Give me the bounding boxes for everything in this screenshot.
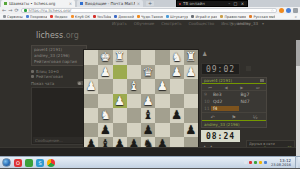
bookmark-label: Покровка	[30, 15, 48, 19]
bookmark-item[interactable]: Играй и разв.	[191, 15, 217, 19]
move-row: 10Qd2Nd7	[202, 98, 266, 105]
bookmark-favicon	[93, 15, 96, 18]
bookmark-favicon	[3, 15, 6, 18]
taskbar-app-chrome[interactable]	[47, 159, 55, 167]
square-h3[interactable]: ♟	[84, 79, 98, 94]
taskbar: O S 13:12 23.08.2016	[0, 156, 300, 168]
chevron-down-icon: ▾	[262, 21, 264, 26]
piece-wP: ♟	[155, 79, 169, 94]
chat-panel	[31, 87, 87, 145]
chat-input[interactable]	[33, 137, 85, 143]
tv-icon[interactable]	[246, 66, 251, 71]
overlay-title: ТВ онлайн	[183, 1, 226, 6]
bookmark-item[interactable]: Донской	[114, 15, 134, 19]
square-b4[interactable]	[170, 94, 184, 109]
bookmarks-overflow-icon[interactable]: »	[295, 14, 297, 19]
square-g5[interactable]: ♞	[98, 108, 112, 123]
game-actions: ↶⚑½	[202, 112, 266, 120]
piece-wP: ♟	[170, 65, 184, 80]
bookmark-label: YouTube	[97, 15, 111, 19]
opponent-clock: 09:02	[201, 63, 240, 75]
move-nav: ⏮◀▶⏭	[202, 84, 266, 91]
tab-mail[interactable]: Входящие - Почта Mail.Ru ×	[77, 0, 143, 7]
start-button[interactable]	[2, 158, 11, 167]
taskbar-date: 23.08.2016	[271, 163, 291, 167]
record-icon	[179, 3, 181, 5]
square-f4[interactable]: ♟	[113, 94, 127, 109]
browser-menu-icon[interactable]	[293, 8, 298, 13]
square-d3[interactable]	[141, 79, 155, 94]
square-d2[interactable]: ♛	[141, 65, 155, 80]
square-g6[interactable]: ♟	[98, 123, 112, 138]
piece-wP: ♟	[113, 94, 127, 109]
taskbar-clock[interactable]: 13:12 23.08.2016	[269, 159, 293, 167]
square-h2[interactable]	[84, 65, 98, 80]
bookmark-favicon	[26, 15, 29, 18]
nav-item[interactable]: Играть	[112, 21, 127, 26]
bookmark-item[interactable]: Православный	[220, 15, 246, 19]
bookmark-favicon	[50, 15, 53, 18]
nav-item[interactable]: Смотреть	[161, 21, 181, 26]
piece-bP: ♟	[98, 123, 112, 138]
lichess-logo[interactable]: lichess.org	[36, 31, 79, 40]
square-e1[interactable]	[127, 50, 141, 65]
tab-lichess[interactable]: Шахматы • lichess.org ×	[1, 0, 75, 7]
bookmark-label: Штукатур	[170, 15, 188, 19]
square-d6[interactable]: ♟	[141, 123, 155, 138]
bell-icon[interactable]: ◔	[229, 21, 233, 26]
square-a6[interactable]: ♟	[184, 123, 198, 138]
square-b1[interactable]: ♞	[170, 50, 184, 65]
move-white[interactable]: Be3	[211, 92, 239, 97]
square-d1[interactable]	[141, 50, 155, 65]
flag-icon	[260, 79, 264, 82]
bookmark-favicon	[114, 15, 117, 18]
square-f2[interactable]	[113, 65, 127, 80]
bookmark-label: Донской	[118, 15, 134, 19]
show-desktop-button[interactable]	[295, 157, 298, 169]
nav-item[interactable]: Сообщество	[189, 21, 215, 26]
tray-arrow-icon[interactable]	[244, 161, 247, 164]
square-c4[interactable]	[155, 94, 169, 109]
bookmark-favicon	[191, 15, 194, 18]
square-g4[interactable]	[98, 94, 112, 109]
square-d4[interactable]: ♟	[141, 94, 155, 109]
square-c2[interactable]	[155, 65, 169, 80]
tab-favicon	[4, 2, 7, 5]
media-overlay[interactable]: ТВ онлайн – □ ×	[176, 0, 248, 7]
bookmark-label: Играй и разв.	[195, 15, 217, 19]
site-nav-right: ⌕ ◔ andrey_33 ▾	[223, 21, 264, 26]
tab-strip: Шахматы • lichess.org × Входящие - Почта…	[0, 0, 300, 7]
piece-wN: ♞	[170, 50, 184, 65]
chat-toggle-row: Показ чата	[31, 80, 87, 86]
move-black[interactable]: Bg7	[239, 92, 267, 97]
piece-wP: ♟	[84, 79, 98, 94]
taskbar-app-skype[interactable]: S	[36, 159, 44, 167]
player-line[interactable]: andrey_33 (2196)	[202, 120, 266, 127]
square-h6[interactable]	[84, 123, 98, 138]
reload-button[interactable]: ⟳	[14, 7, 18, 14]
move-table: 9Be3Bg710Qd2Nd711f4	[202, 91, 266, 112]
square-e6[interactable]	[127, 123, 141, 138]
back-button[interactable]: ←	[2, 7, 6, 14]
move-row: 11f4	[202, 105, 266, 112]
square-f3[interactable]	[113, 79, 127, 94]
game-type-label: Рейтинговая партия	[34, 59, 84, 65]
move-number: 11	[202, 106, 211, 111]
piece-wB: ♝	[127, 79, 141, 94]
bookmark-favicon	[71, 15, 74, 18]
square-f6[interactable]	[113, 123, 127, 138]
square-a4[interactable]	[184, 94, 198, 109]
tray-icon[interactable]	[249, 161, 252, 164]
tab-title: Шахматы • lichess.org	[9, 1, 67, 6]
system-tray: 13:12 23.08.2016	[244, 157, 298, 169]
tray-icon[interactable]	[264, 161, 267, 164]
bookmark-favicon	[137, 15, 140, 18]
piece-bP: ♟	[170, 108, 184, 123]
game-info-box: pavel4 (2191) andrey_33 (2196) Рейтингов…	[31, 45, 87, 66]
search-icon[interactable]: ⌕	[223, 21, 225, 26]
action-button[interactable]: ↶	[210, 114, 214, 120]
piece-wN: ♞	[98, 108, 112, 123]
move-number: 10	[202, 99, 211, 104]
tray-icon[interactable]	[254, 161, 257, 164]
bookmark-favicon	[220, 15, 223, 18]
square-e5[interactable]	[127, 108, 141, 123]
square-e3[interactable]: ♝	[127, 79, 141, 94]
rated-label: Рейтинговая	[36, 74, 63, 79]
square-f1[interactable]: ♜	[113, 50, 127, 65]
bookmark-label: Православный	[224, 15, 246, 19]
chat-toggle-label: Показ чата	[31, 81, 77, 86]
square-e2[interactable]	[127, 65, 141, 80]
bookmark-item[interactable]: Яндекс	[50, 15, 67, 19]
piece-wP: ♟	[184, 65, 198, 80]
square-a3[interactable]	[184, 79, 198, 94]
square-c3[interactable]: ♟	[155, 79, 169, 94]
bookmark-item[interactable]: Чудо-Техника	[137, 15, 163, 19]
piece-wQ: ♛	[141, 65, 155, 80]
bookmark-item[interactable]: Клуб ОК	[71, 15, 90, 19]
piece-wP: ♟	[98, 65, 112, 80]
new-tab-button[interactable]: +	[146, 1, 154, 6]
square-f5[interactable]	[113, 108, 127, 123]
logo-suffix: .org	[63, 31, 79, 40]
square-b5[interactable]: ♟	[170, 108, 184, 123]
bookmark-label: Клуб ОК	[75, 15, 90, 19]
bookmark-label: Яндекс	[54, 15, 67, 19]
extension-icon[interactable]	[286, 8, 291, 13]
piece-bP: ♟	[184, 123, 198, 138]
square-h4[interactable]	[84, 94, 98, 109]
captured-pawn-icon: ♟	[202, 51, 207, 57]
url-field[interactable]: https://ru.lichess.org/ ☆	[21, 8, 277, 13]
move-white[interactable]: f4	[211, 106, 239, 111]
tab-close-icon[interactable]: ×	[69, 1, 72, 6]
square-e4[interactable]	[127, 94, 141, 109]
square-b3[interactable]	[170, 79, 184, 94]
toggle-knob	[78, 82, 81, 85]
bookmark-item[interactable]: Штукатур	[166, 15, 188, 19]
bookmark-favicon	[166, 15, 169, 18]
rated-row: Рейтинговая	[31, 74, 87, 79]
overlay-window-controls[interactable]: – □ ×	[228, 1, 245, 6]
square-c5[interactable]	[155, 108, 169, 123]
square-b6[interactable]	[170, 123, 184, 138]
square-g2[interactable]: ♟	[98, 65, 112, 80]
piece-wP: ♟	[141, 94, 155, 109]
move-nav-button[interactable]: ⏭	[256, 85, 260, 90]
bookmark-label: Сервисы	[7, 15, 23, 19]
square-a5[interactable]	[184, 108, 198, 123]
forward-button[interactable]: →	[8, 7, 12, 14]
screen: Шахматы • lichess.org × Входящие - Почта…	[0, 0, 300, 168]
logo-main: lichess	[36, 31, 63, 40]
bookmark-item[interactable]: Сервисы	[3, 15, 23, 19]
lichess-page: ИгратьОбучениеСмотретьСообществоИнструме…	[0, 20, 300, 156]
extension-icon[interactable]	[279, 8, 284, 13]
square-c1[interactable]	[155, 50, 169, 65]
move-number: 9	[202, 92, 211, 97]
square-a1[interactable]: ♜	[184, 50, 198, 65]
piece-wR: ♜	[184, 50, 198, 65]
square-b2[interactable]: ♟	[170, 65, 184, 80]
move-list-box: pavel4 (2191) ⏮◀▶⏭ 9Be3Bg710Qd2Nd711f4 ↶…	[201, 77, 267, 128]
tab-favicon	[80, 2, 83, 5]
scrollbar[interactable]	[296, 40, 300, 168]
tab-close-icon[interactable]: ×	[137, 1, 140, 6]
captured-pieces-top: ♟	[202, 51, 207, 57]
square-g3[interactable]	[98, 79, 112, 94]
square-c6[interactable]	[155, 123, 169, 138]
bookmark-item[interactable]: Русская мебель	[249, 15, 275, 19]
tray-icon[interactable]	[259, 161, 262, 164]
bookmark-label: Русская мебель	[253, 15, 275, 19]
square-d5[interactable]: ♝	[141, 108, 155, 123]
address-bar: ← → ⟳ https://ru.lichess.org/ ☆	[0, 7, 300, 14]
taskbar-app-green[interactable]	[25, 159, 33, 167]
url-text: https://ru.lichess.org/	[29, 8, 72, 13]
move-nav-button[interactable]: ◀	[225, 85, 228, 90]
https-lock-icon	[24, 9, 27, 12]
tab-title: Входящие - Почта Mail.Ru	[85, 1, 135, 6]
nav-item[interactable]: Обучение	[134, 21, 154, 26]
square-h5[interactable]	[84, 108, 98, 123]
action-button[interactable]: ½	[253, 114, 258, 120]
taskbar-app-opera[interactable]: O	[14, 159, 22, 167]
opponent-name[interactable]: pavel4 (2191)	[204, 78, 258, 83]
bookmark-favicon	[249, 15, 252, 18]
action-button[interactable]: ⚑	[231, 114, 235, 120]
page-footer	[0, 147, 300, 156]
piece-bP: ♟	[141, 123, 155, 138]
square-g1[interactable]: ♚	[98, 50, 112, 65]
square-a2[interactable]: ♟	[184, 65, 198, 80]
player-name[interactable]: andrey_33 (2196)	[204, 122, 264, 127]
piece-wK: ♚	[98, 50, 112, 65]
move-row: 9Be3Bg7	[202, 91, 266, 98]
bookmark-label: Чудо-Техника	[141, 15, 163, 19]
piece-wR: ♜	[113, 50, 127, 65]
move-black[interactable]: Nd7	[239, 99, 267, 104]
bookmark-item[interactable]: Покровка	[26, 15, 48, 19]
bookmark-item[interactable]: YouTube	[93, 15, 111, 19]
bookmark-star-icon[interactable]: ☆	[270, 8, 274, 13]
username-menu[interactable]: andrey_33	[237, 21, 258, 26]
chart-icon	[31, 75, 34, 78]
move-nav-button[interactable]: ▶	[240, 85, 243, 90]
clock-icon	[31, 70, 34, 73]
scrollbar-thumb[interactable]	[296, 40, 300, 66]
move-white[interactable]: Qd2	[211, 99, 239, 104]
square-h1[interactable]	[84, 50, 98, 65]
move-nav-button[interactable]: ⏮	[208, 85, 212, 90]
piece-bB: ♝	[141, 108, 155, 123]
player-clock: 08:24	[201, 130, 240, 142]
